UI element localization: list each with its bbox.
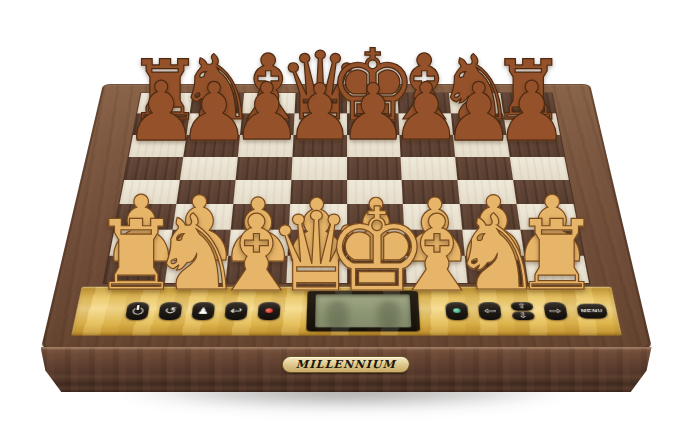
piece-white-rook-h1[interactable]: ♜ [513,207,600,304]
square-c5[interactable] [235,157,292,180]
square-f5[interactable] [401,157,458,180]
piece-black-pawn-h7[interactable]: ♟ [495,71,568,153]
chess-computer-photo: ↺♟↩ ⇦⇧⇩⇨MENU MILLENNIUM ♜♞♝♛♚♝♞♜♟♟♟♟♟♟♟♟… [0,0,692,428]
square-d5[interactable] [291,157,347,180]
square-e5[interactable] [347,157,403,180]
board-front-edge: MILLENNIUM [41,347,652,392]
brand-nameplate: MILLENNIUM [282,356,411,373]
